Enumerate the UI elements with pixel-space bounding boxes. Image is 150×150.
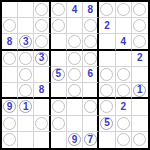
cell-r6c4[interactable] xyxy=(51,83,67,99)
cell-r1c2[interactable] xyxy=(18,2,34,18)
cell-r8c6[interactable] xyxy=(83,116,99,132)
cell-r7c2[interactable]: 1 xyxy=(18,99,34,115)
cell-r4c8[interactable] xyxy=(116,51,132,67)
cell-r3c2[interactable]: 3 xyxy=(18,34,34,50)
cell-r8c3[interactable] xyxy=(34,116,50,132)
cell-r1c1[interactable] xyxy=(2,2,18,18)
cell-r9c7[interactable] xyxy=(99,132,115,148)
odd-circle xyxy=(117,84,130,97)
odd-circle xyxy=(117,133,130,146)
given-digit: 3 xyxy=(39,53,45,63)
cell-r1c3[interactable] xyxy=(34,2,50,18)
cell-r9c1[interactable] xyxy=(2,132,18,148)
odd-circle-with-given: 7 xyxy=(84,133,97,146)
cell-r1c7[interactable] xyxy=(99,2,115,18)
odd-circle xyxy=(35,35,48,48)
given-digit: 6 xyxy=(87,69,93,79)
cell-r7c5[interactable] xyxy=(67,99,83,115)
cell-r1c8[interactable] xyxy=(116,2,132,18)
odd-circle xyxy=(100,3,113,16)
cell-r3c7[interactable] xyxy=(99,34,115,50)
cell-r4c7[interactable] xyxy=(99,51,115,67)
cell-r3c6[interactable] xyxy=(83,34,99,50)
cell-r2c4[interactable] xyxy=(51,18,67,34)
cell-r3c4[interactable] xyxy=(51,34,67,50)
cell-r6c8[interactable] xyxy=(116,83,132,99)
odd-circle xyxy=(52,3,65,16)
cell-r8c4[interactable] xyxy=(51,116,67,132)
odd-circle-with-given: 3 xyxy=(19,35,32,48)
cell-r7c8[interactable]: 2 xyxy=(116,99,132,115)
cell-r6c3[interactable]: 8 xyxy=(34,83,50,99)
cell-r6c2[interactable] xyxy=(18,83,34,99)
given-digit: 3 xyxy=(23,37,29,47)
odd-circle xyxy=(3,52,16,65)
given-digit: 1 xyxy=(23,102,29,112)
cell-r2c5[interactable] xyxy=(67,18,83,34)
cell-r4c5[interactable] xyxy=(67,51,83,67)
cell-r4c9[interactable]: 2 xyxy=(132,51,148,67)
odd-circle xyxy=(19,84,32,97)
odd-circle xyxy=(35,3,48,16)
cell-r1c6[interactable]: 8 xyxy=(83,2,99,18)
cell-r7c9[interactable] xyxy=(132,99,148,115)
cell-r6c7[interactable] xyxy=(99,83,115,99)
odd-circle xyxy=(117,3,130,16)
odd-circle-with-given: 1 xyxy=(133,84,146,97)
cell-r4c1[interactable] xyxy=(2,51,18,67)
cell-r7c6[interactable] xyxy=(83,99,99,115)
cell-r2c7[interactable]: 2 xyxy=(99,18,115,34)
cell-r1c9[interactable] xyxy=(132,2,148,18)
odd-circle-with-given: 9 xyxy=(68,133,81,146)
odd-circle xyxy=(133,19,146,32)
odd-circle xyxy=(100,84,113,97)
given-digit: 8 xyxy=(39,85,45,95)
cell-r9c9[interactable] xyxy=(132,132,148,148)
given-digit: 8 xyxy=(87,5,93,15)
cell-r3c9[interactable] xyxy=(132,34,148,50)
odd-circle xyxy=(68,52,81,65)
cell-r3c3[interactable] xyxy=(34,34,50,50)
odd-circle xyxy=(68,84,81,97)
odd-circle xyxy=(19,52,32,65)
cell-r3c8[interactable]: 4 xyxy=(116,34,132,50)
cell-r2c1[interactable] xyxy=(2,18,18,34)
odd-circle xyxy=(84,35,97,48)
odd-circle xyxy=(19,68,32,81)
odd-circle-with-given: 5 xyxy=(52,68,65,81)
cell-r5c6[interactable]: 6 xyxy=(83,67,99,83)
odd-circle-with-given: 9 xyxy=(3,100,16,113)
cell-r9c8[interactable] xyxy=(116,132,132,148)
odd-circle xyxy=(84,100,97,113)
cell-r5c9[interactable] xyxy=(132,67,148,83)
odd-circle xyxy=(133,3,146,16)
cell-r8c8[interactable] xyxy=(116,116,132,132)
cell-r3c5[interactable] xyxy=(67,34,83,50)
cell-r8c5[interactable] xyxy=(67,116,83,132)
cell-r1c5[interactable]: 4 xyxy=(67,2,83,18)
odd-circle xyxy=(68,68,81,81)
cell-r6c1[interactable] xyxy=(2,83,18,99)
given-digit: 1 xyxy=(137,85,143,95)
odd-circle-with-given: 1 xyxy=(19,100,32,113)
cell-r2c8[interactable] xyxy=(116,18,132,34)
cell-r9c5[interactable]: 9 xyxy=(67,132,83,148)
sudoku-board: 482834325681912597 xyxy=(0,0,150,150)
given-digit: 2 xyxy=(137,53,143,63)
cell-r9c3[interactable] xyxy=(34,132,50,148)
odd-circle xyxy=(117,117,130,130)
given-digit: 9 xyxy=(7,102,13,112)
cell-r5c5[interactable] xyxy=(67,67,83,83)
odd-circle-with-given: 3 xyxy=(35,52,48,65)
odd-circle xyxy=(35,117,48,130)
cell-r5c2[interactable] xyxy=(18,67,34,83)
cell-r5c1[interactable] xyxy=(2,67,18,83)
given-digit: 5 xyxy=(55,69,61,79)
cell-r5c3[interactable] xyxy=(34,67,50,83)
odd-circle xyxy=(52,100,65,113)
cell-r7c1[interactable]: 9 xyxy=(2,99,18,115)
cell-r7c7[interactable] xyxy=(99,99,115,115)
odd-circle xyxy=(52,19,65,32)
cell-r5c7[interactable] xyxy=(99,67,115,83)
odd-circle xyxy=(100,68,113,81)
odd-circle xyxy=(52,117,65,130)
odd-circle xyxy=(3,19,16,32)
given-digit: 8 xyxy=(7,37,13,47)
cell-r8c2[interactable] xyxy=(18,116,34,132)
cell-r2c3[interactable] xyxy=(34,18,50,34)
cell-r9c2[interactable] xyxy=(18,132,34,148)
odd-circle xyxy=(117,68,130,81)
odd-circle xyxy=(3,117,16,130)
cell-r6c5[interactable] xyxy=(67,83,83,99)
cell-r2c6[interactable] xyxy=(83,18,99,34)
given-digit: 7 xyxy=(87,135,93,145)
cell-r2c9[interactable] xyxy=(132,18,148,34)
odd-circle xyxy=(3,133,16,146)
given-digit: 2 xyxy=(104,21,110,31)
odd-circle xyxy=(133,133,146,146)
cell-r8c1[interactable] xyxy=(2,116,18,132)
cell-r4c6[interactable] xyxy=(83,51,99,67)
cell-r6c6[interactable] xyxy=(83,83,99,99)
odd-circle-with-given: 5 xyxy=(100,117,113,130)
odd-circle xyxy=(84,52,97,65)
odd-circle xyxy=(84,19,97,32)
given-digit: 5 xyxy=(104,118,110,128)
given-digit: 9 xyxy=(72,135,78,145)
cell-r6c9[interactable]: 1 xyxy=(132,83,148,99)
given-digit: 4 xyxy=(72,5,78,15)
cell-r5c8[interactable] xyxy=(116,67,132,83)
given-digit: 4 xyxy=(120,37,126,47)
cell-r1c4[interactable] xyxy=(51,2,67,18)
cell-r7c3[interactable] xyxy=(34,99,50,115)
cell-r4c3[interactable]: 3 xyxy=(34,51,50,67)
given-digit: 2 xyxy=(120,102,126,112)
odd-circle xyxy=(133,35,146,48)
odd-circle xyxy=(100,100,113,113)
odd-circle xyxy=(68,35,81,48)
cell-r7c4[interactable] xyxy=(51,99,67,115)
cell-r8c7[interactable]: 5 xyxy=(99,116,115,132)
cell-r2c2[interactable] xyxy=(18,18,34,34)
odd-circle xyxy=(35,19,48,32)
cell-r4c4[interactable] xyxy=(51,51,67,67)
cell-r3c1[interactable]: 8 xyxy=(2,34,18,50)
cell-r9c6[interactable]: 7 xyxy=(83,132,99,148)
cell-r5c4[interactable]: 5 xyxy=(51,67,67,83)
cell-r4c2[interactable] xyxy=(18,51,34,67)
cell-r9c4[interactable] xyxy=(51,132,67,148)
cell-r8c9[interactable] xyxy=(132,116,148,132)
